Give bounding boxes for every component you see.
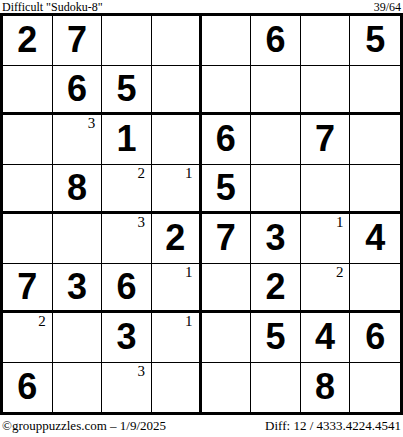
cell-r5c6[interactable]: 3	[251, 214, 301, 264]
page-header: Difficult "Sudoku-8" 39/64	[0, 0, 403, 13]
cell-value: 7	[315, 121, 335, 157]
cell-r8c6[interactable]	[251, 363, 301, 413]
cell-value: 4	[365, 220, 385, 256]
cell-r2c7[interactable]	[301, 66, 351, 116]
cell-value: 5	[265, 319, 285, 355]
cell-r8c5[interactable]	[202, 363, 252, 413]
cell-r6c3[interactable]: 6	[102, 264, 152, 314]
cell-r3c7[interactable]: 7	[301, 115, 351, 165]
cell-r5c1[interactable]	[3, 214, 53, 264]
cell-r8c2[interactable]	[53, 363, 103, 413]
cell-r1c3[interactable]	[102, 16, 152, 66]
cell-r5c2[interactable]	[53, 214, 103, 264]
cell-r8c4[interactable]	[152, 363, 202, 413]
cell-r5c7[interactable]: 1	[301, 214, 351, 264]
cell-value: 6	[216, 121, 236, 157]
cell-value: 5	[365, 22, 385, 58]
cell-r2c1[interactable]	[3, 66, 53, 116]
cell-r3c8[interactable]	[350, 115, 400, 165]
cell-value: 6	[117, 269, 137, 305]
cell-value: 6	[265, 22, 285, 58]
cell-r2c3[interactable]: 5	[102, 66, 152, 116]
cell-r5c8[interactable]: 4	[350, 214, 400, 264]
cell-value: 8	[315, 369, 335, 405]
cell-value: 1	[117, 121, 137, 157]
cell-r2c4[interactable]	[152, 66, 202, 116]
cell-r2c2[interactable]: 6	[53, 66, 103, 116]
cell-value: 7	[17, 269, 37, 305]
cell-r1c6[interactable]: 6	[251, 16, 301, 66]
cell-r2c6[interactable]	[251, 66, 301, 116]
cell-value: 6	[17, 369, 37, 405]
cell-value: 4	[315, 319, 335, 355]
page-title: Difficult "Sudoku-8"	[2, 1, 103, 13]
cell-r4c6[interactable]	[251, 165, 301, 215]
cell-r5c5[interactable]: 7	[202, 214, 252, 264]
cell-r4c7[interactable]	[301, 165, 351, 215]
cell-r1c1[interactable]: 2	[3, 16, 53, 66]
cell-r4c3[interactable]: 2	[102, 165, 152, 215]
pencil-mark: 3	[137, 215, 145, 230]
cell-value: 2	[17, 22, 37, 58]
pencil-mark: 1	[185, 314, 193, 329]
cell-r3c2[interactable]: 3	[53, 115, 103, 165]
cell-value: 2	[265, 269, 285, 305]
cell-r3c6[interactable]	[251, 115, 301, 165]
cell-value: 6	[365, 319, 385, 355]
cell-value: 2	[165, 220, 185, 256]
cell-r1c2[interactable]: 7	[53, 16, 103, 66]
cell-r3c1[interactable]	[3, 115, 53, 165]
sudoku-grid: 27656531678215327314736122231546638	[0, 13, 403, 415]
page: Difficult "Sudoku-8" 39/64 2765653167821…	[0, 0, 403, 437]
cell-r7c1[interactable]: 2	[3, 313, 53, 363]
cell-value: 8	[67, 170, 87, 206]
cell-r8c7[interactable]: 8	[301, 363, 351, 413]
pencil-mark: 2	[38, 314, 46, 329]
cell-r6c6[interactable]: 2	[251, 264, 301, 314]
cell-r7c2[interactable]	[53, 313, 103, 363]
cell-r7c7[interactable]: 4	[301, 313, 351, 363]
cell-r3c5[interactable]: 6	[202, 115, 252, 165]
cell-r7c3[interactable]: 3	[102, 313, 152, 363]
cell-value: 7	[67, 22, 87, 58]
cell-r6c2[interactable]: 3	[53, 264, 103, 314]
pencil-mark: 2	[137, 166, 145, 181]
cell-r1c8[interactable]: 5	[350, 16, 400, 66]
cell-r8c3[interactable]: 3	[102, 363, 152, 413]
cell-r7c6[interactable]: 5	[251, 313, 301, 363]
cell-r6c7[interactable]: 2	[301, 264, 351, 314]
cell-r6c8[interactable]	[350, 264, 400, 314]
cell-r3c4[interactable]	[152, 115, 202, 165]
cell-value: 5	[117, 71, 137, 107]
page-footer: ©grouppuzzles.com – 1/9/2025 Diff: 12 / …	[0, 415, 403, 437]
cell-value: 7	[216, 220, 236, 256]
cell-r4c5[interactable]: 5	[202, 165, 252, 215]
cell-value: 5	[216, 170, 236, 206]
cell-r4c8[interactable]	[350, 165, 400, 215]
cell-value: 3	[265, 220, 285, 256]
pencil-mark: 2	[336, 265, 344, 280]
cell-r2c5[interactable]	[202, 66, 252, 116]
pencil-mark: 1	[185, 166, 193, 181]
cell-r5c3[interactable]: 3	[102, 214, 152, 264]
cell-r4c2[interactable]: 8	[53, 165, 103, 215]
cell-r4c1[interactable]	[3, 165, 53, 215]
cell-value: 6	[67, 71, 87, 107]
pencil-mark: 1	[336, 215, 344, 230]
cell-r7c5[interactable]	[202, 313, 252, 363]
cell-r1c4[interactable]	[152, 16, 202, 66]
cell-r7c8[interactable]: 6	[350, 313, 400, 363]
pencil-mark: 1	[185, 265, 193, 280]
cell-r2c8[interactable]	[350, 66, 400, 116]
cell-r7c4[interactable]: 1	[152, 313, 202, 363]
cell-r6c1[interactable]: 7	[3, 264, 53, 314]
cell-r6c5[interactable]	[202, 264, 252, 314]
pencil-mark: 3	[88, 116, 96, 131]
cell-r3c3[interactable]: 1	[102, 115, 152, 165]
cell-r8c8[interactable]	[350, 363, 400, 413]
cell-r8c1[interactable]: 6	[3, 363, 53, 413]
cell-value: 3	[67, 269, 87, 305]
copyright-date-label: ©grouppuzzles.com – 1/9/2025	[2, 419, 166, 433]
cell-r4c4[interactable]: 1	[152, 165, 202, 215]
cell-value: 3	[117, 319, 137, 355]
cell-r6c4[interactable]: 1	[152, 264, 202, 314]
cell-r5c4[interactable]: 2	[152, 214, 202, 264]
cell-r1c7[interactable]	[301, 16, 351, 66]
pencil-mark: 3	[137, 364, 145, 379]
difficulty-label: Diff: 12 / 4333.4224.4541	[265, 419, 401, 433]
cells-remaining-counter: 39/64	[374, 1, 401, 13]
cell-r1c5[interactable]	[202, 16, 252, 66]
